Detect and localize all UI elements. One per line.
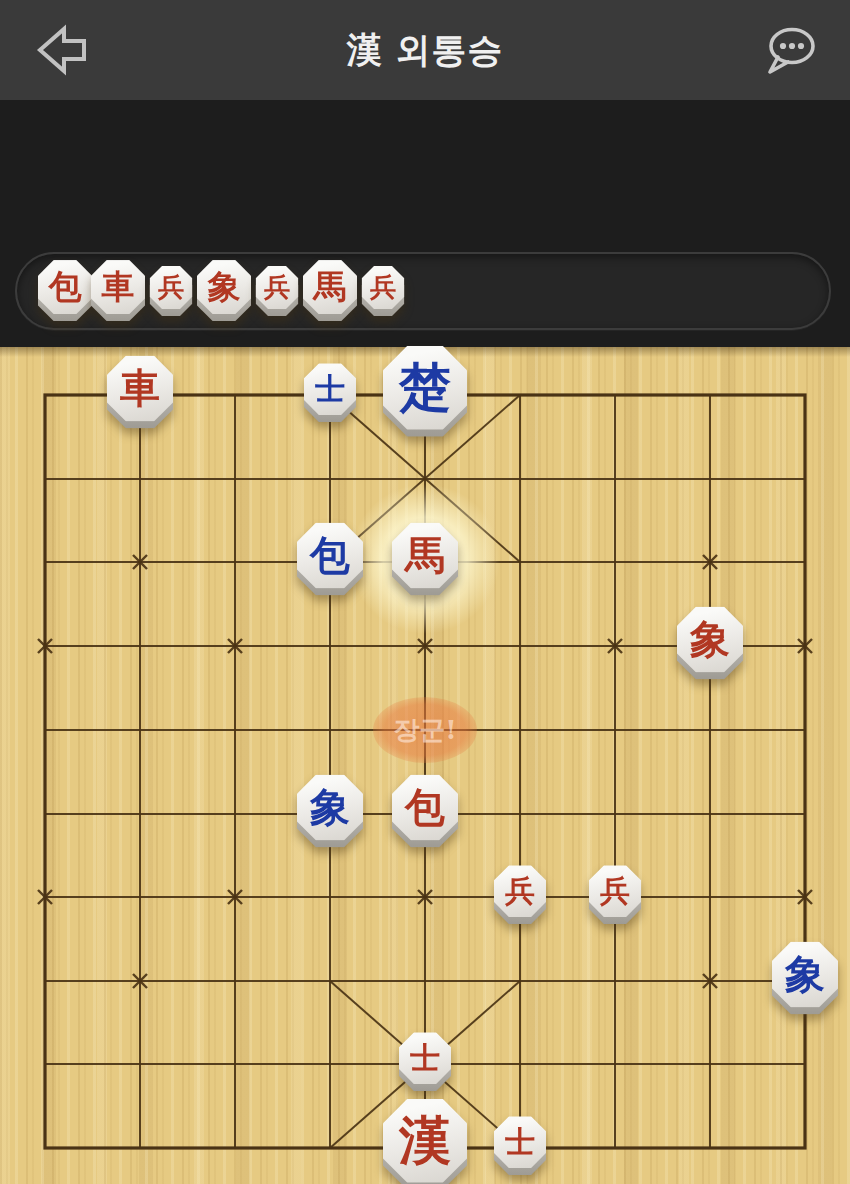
page-title: 漢 외통승 xyxy=(0,0,850,100)
captured-red-elephant: 象 xyxy=(197,260,251,321)
piece-face: 包 xyxy=(392,775,458,841)
piece-blue-cannon[interactable]: 包 xyxy=(297,523,363,596)
piece-glyph-soldier: 兵 xyxy=(370,274,396,300)
piece-red-advisor[interactable]: 士 xyxy=(494,1116,546,1175)
piece-glyph-general: 漢 xyxy=(399,1114,451,1166)
piece-glyph-cannon: 包 xyxy=(49,270,82,303)
piece-glyph-advisor: 士 xyxy=(315,374,345,404)
captured-red-horse: 馬 xyxy=(303,260,357,321)
piece-red-horse[interactable]: 馬 xyxy=(392,523,458,596)
piece-glyph-horse: 馬 xyxy=(405,535,445,575)
piece-face: 包 xyxy=(297,523,363,589)
piece-glyph-advisor: 士 xyxy=(410,1043,440,1073)
piece-red-general[interactable]: 漢 xyxy=(383,1099,467,1184)
piece-face: 象 xyxy=(677,607,743,673)
piece-blue-elephant[interactable]: 象 xyxy=(297,775,363,848)
piece-face: 兵 xyxy=(150,266,193,309)
piece-face: 漢 xyxy=(383,1099,467,1183)
piece-face: 包 xyxy=(38,260,92,314)
piece-blue-elephant[interactable]: 象 xyxy=(772,942,838,1015)
captured-panel: 包車兵象兵馬兵 xyxy=(0,100,850,347)
piece-face: 象 xyxy=(197,260,251,314)
piece-glyph-soldier: 兵 xyxy=(158,274,184,300)
captured-red-cannon: 包 xyxy=(38,260,92,321)
captured-red-soldier: 兵 xyxy=(362,266,405,316)
piece-face: 士 xyxy=(304,363,356,415)
piece-red-chariot[interactable]: 車 xyxy=(107,356,173,429)
piece-face: 楚 xyxy=(383,346,467,430)
piece-face: 象 xyxy=(297,775,363,841)
piece-glyph-chariot: 車 xyxy=(120,368,160,408)
piece-face: 士 xyxy=(494,1116,546,1168)
piece-glyph-horse: 馬 xyxy=(314,270,347,303)
piece-face: 士 xyxy=(399,1032,451,1084)
piece-glyph-elephant: 象 xyxy=(208,270,241,303)
piece-glyph-elephant: 象 xyxy=(690,619,730,659)
piece-glyph-general: 楚 xyxy=(399,361,451,413)
speech-bubble-dots-icon xyxy=(762,24,820,80)
piece-blue-general[interactable]: 楚 xyxy=(383,346,467,437)
captured-pieces-tray: 包車兵象兵馬兵 xyxy=(15,252,831,330)
piece-face: 車 xyxy=(91,260,145,314)
piece-red-soldier[interactable]: 兵 xyxy=(589,865,641,924)
piece-red-advisor[interactable]: 士 xyxy=(399,1032,451,1091)
piece-glyph-soldier: 兵 xyxy=(505,876,535,906)
piece-face: 馬 xyxy=(392,523,458,589)
piece-red-elephant[interactable]: 象 xyxy=(677,607,743,680)
captured-red-soldier: 兵 xyxy=(256,266,299,316)
captured-red-chariot: 車 xyxy=(91,260,145,321)
piece-face: 象 xyxy=(772,942,838,1008)
piece-face: 兵 xyxy=(494,865,546,917)
piece-glyph-elephant: 象 xyxy=(785,954,825,994)
piece-glyph-elephant: 象 xyxy=(310,787,350,827)
piece-glyph-advisor: 士 xyxy=(505,1127,535,1157)
piece-glyph-cannon: 包 xyxy=(310,535,350,575)
piece-red-soldier[interactable]: 兵 xyxy=(494,865,546,924)
piece-face: 車 xyxy=(107,356,173,422)
piece-glyph-cannon: 包 xyxy=(405,787,445,827)
chat-button[interactable] xyxy=(762,24,820,80)
piece-face: 兵 xyxy=(589,865,641,917)
captured-red-soldier: 兵 xyxy=(150,266,193,316)
piece-glyph-chariot: 車 xyxy=(102,270,135,303)
janggi-board[interactable]: 장군!車士楚包馬象象包兵兵象士漢士 xyxy=(0,347,850,1184)
piece-face: 兵 xyxy=(362,266,405,309)
piece-face: 兵 xyxy=(256,266,299,309)
piece-blue-advisor[interactable]: 士 xyxy=(304,363,356,422)
piece-face: 馬 xyxy=(303,260,357,314)
piece-glyph-soldier: 兵 xyxy=(264,274,290,300)
piece-red-cannon[interactable]: 包 xyxy=(392,775,458,848)
header-bar: 漢 외통승 xyxy=(0,0,850,100)
piece-glyph-soldier: 兵 xyxy=(600,876,630,906)
